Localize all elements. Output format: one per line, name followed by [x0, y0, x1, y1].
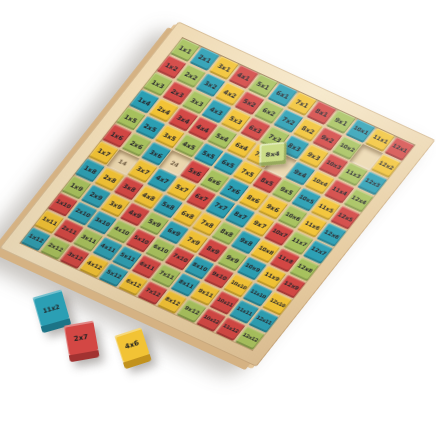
photo-canvas: 1x12x13x14x15x16x17x18x19x110x111x112x11…: [0, 0, 436, 436]
displaced-cube-8x4[interactable]: 8x4: [259, 142, 286, 166]
loose-cube-2x7[interactable]: 2x7: [64, 321, 99, 356]
loose-cube-4x6[interactable]: 4x6: [114, 327, 149, 362]
multiplication-board-grid: 1x12x13x14x15x16x17x18x19x110x111x112x11…: [19, 37, 416, 351]
loose-cube-11x2[interactable]: 11x2: [32, 289, 69, 326]
hole-product-number: 24: [170, 159, 182, 168]
hole-product-number: 14: [117, 158, 129, 167]
